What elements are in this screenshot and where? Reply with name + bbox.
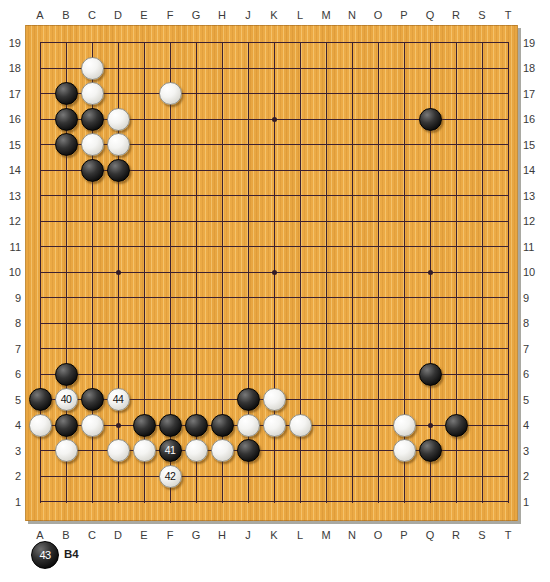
stone-black-Q6[interactable] bbox=[419, 363, 442, 386]
grid-line-horizontal bbox=[40, 68, 509, 69]
stone-black-B6[interactable] bbox=[55, 363, 78, 386]
stone-black-J5[interactable] bbox=[237, 388, 260, 411]
stone-black-C16[interactable] bbox=[81, 108, 104, 131]
stone-black-F4[interactable] bbox=[159, 414, 182, 437]
coord-label-right-11: 11 bbox=[523, 240, 543, 254]
stone-white-A4[interactable] bbox=[29, 414, 52, 437]
go-diagram: 40444142 AABBCCDDEEFFGGHHJJKKLLMMNNOOPPQ… bbox=[0, 0, 550, 582]
coord-label-top-K: K bbox=[264, 8, 284, 22]
stone-white-B3[interactable] bbox=[55, 439, 78, 462]
coord-label-right-19: 19 bbox=[523, 36, 543, 50]
coord-label-left-14: 14 bbox=[1, 163, 21, 177]
stone-white-F17[interactable] bbox=[159, 82, 182, 105]
star-point bbox=[428, 423, 433, 428]
coord-label-right-3: 3 bbox=[523, 444, 543, 458]
coord-label-right-10: 10 bbox=[523, 265, 543, 279]
move-number-label: 42 bbox=[165, 471, 176, 482]
caption-move-location: B4 bbox=[64, 547, 79, 561]
coord-label-top-B: B bbox=[56, 8, 76, 22]
grid-line-horizontal bbox=[40, 501, 509, 502]
go-board[interactable]: 40444142 bbox=[25, 25, 518, 521]
grid-line-horizontal bbox=[40, 297, 509, 298]
move-number-label: 44 bbox=[113, 394, 124, 405]
grid-line-vertical bbox=[508, 43, 509, 503]
coord-label-top-R: R bbox=[446, 8, 466, 22]
coord-label-top-J: J bbox=[238, 8, 258, 22]
coord-label-top-P: P bbox=[394, 8, 414, 22]
stone-black-C14[interactable] bbox=[81, 159, 104, 182]
grid-line-horizontal bbox=[40, 476, 509, 477]
stone-black-H4[interactable] bbox=[211, 414, 234, 437]
coord-label-bottom-D: D bbox=[108, 528, 128, 542]
stone-black-E4[interactable] bbox=[133, 414, 156, 437]
coord-label-right-9: 9 bbox=[523, 291, 543, 305]
coord-label-left-16: 16 bbox=[1, 112, 21, 126]
coord-label-right-6: 6 bbox=[523, 367, 543, 381]
stone-black-B17[interactable] bbox=[55, 82, 78, 105]
coord-label-top-A: A bbox=[30, 8, 50, 22]
grid-line-vertical bbox=[378, 43, 379, 503]
coord-label-bottom-R: R bbox=[446, 528, 466, 542]
coord-label-bottom-C: C bbox=[82, 528, 102, 542]
coord-label-bottom-K: K bbox=[264, 528, 284, 542]
grid-line-horizontal bbox=[40, 93, 509, 94]
stone-white-D5[interactable]: 44 bbox=[107, 388, 130, 411]
caption-move-number: 43 bbox=[39, 550, 50, 561]
coord-label-left-15: 15 bbox=[1, 138, 21, 152]
coord-label-top-T: T bbox=[498, 8, 518, 22]
stone-black-B4[interactable] bbox=[55, 414, 78, 437]
stone-white-D3[interactable] bbox=[107, 439, 130, 462]
grid-line-horizontal bbox=[40, 323, 509, 324]
coord-label-right-5: 5 bbox=[523, 393, 543, 407]
coord-label-bottom-J: J bbox=[238, 528, 258, 542]
coord-label-bottom-E: E bbox=[134, 528, 154, 542]
stone-black-B15[interactable] bbox=[55, 133, 78, 156]
coord-label-top-L: L bbox=[290, 8, 310, 22]
coord-label-bottom-O: O bbox=[368, 528, 388, 542]
coord-label-bottom-F: F bbox=[160, 528, 180, 542]
grid-line-horizontal bbox=[40, 42, 509, 43]
coord-label-bottom-H: H bbox=[212, 528, 232, 542]
coord-label-right-2: 2 bbox=[523, 469, 543, 483]
coord-label-top-M: M bbox=[316, 8, 336, 22]
coord-label-left-1: 1 bbox=[1, 495, 21, 509]
stone-black-A5[interactable] bbox=[29, 388, 52, 411]
coord-label-top-O: O bbox=[368, 8, 388, 22]
coord-label-bottom-A: A bbox=[30, 528, 50, 542]
star-point bbox=[272, 270, 277, 275]
coord-label-left-13: 13 bbox=[1, 189, 21, 203]
stone-black-Q16[interactable] bbox=[419, 108, 442, 131]
coord-label-right-4: 4 bbox=[523, 418, 543, 432]
coord-label-bottom-L: L bbox=[290, 528, 310, 542]
stone-black-B16[interactable] bbox=[55, 108, 78, 131]
coord-label-left-10: 10 bbox=[1, 265, 21, 279]
coord-label-left-8: 8 bbox=[1, 316, 21, 330]
star-point bbox=[272, 117, 277, 122]
stone-black-Q3[interactable] bbox=[419, 439, 442, 462]
coord-label-top-E: E bbox=[134, 8, 154, 22]
grid-line-vertical bbox=[482, 43, 483, 503]
move-number-label: 41 bbox=[165, 445, 176, 456]
coord-label-bottom-B: B bbox=[56, 528, 76, 542]
stone-white-C18[interactable] bbox=[81, 57, 104, 80]
stone-white-P4[interactable] bbox=[393, 414, 416, 437]
coord-label-left-2: 2 bbox=[1, 469, 21, 483]
coord-label-right-17: 17 bbox=[523, 87, 543, 101]
coord-label-left-19: 19 bbox=[1, 36, 21, 50]
coord-label-bottom-S: S bbox=[472, 528, 492, 542]
grid-line-horizontal bbox=[40, 195, 509, 196]
stone-white-H3[interactable] bbox=[211, 439, 234, 462]
grid-line-vertical bbox=[326, 43, 327, 503]
stone-white-C4[interactable] bbox=[81, 414, 104, 437]
star-point bbox=[116, 423, 121, 428]
coord-label-right-13: 13 bbox=[523, 189, 543, 203]
coord-label-right-14: 14 bbox=[523, 163, 543, 177]
stone-white-J4[interactable] bbox=[237, 414, 260, 437]
coord-label-top-Q: Q bbox=[420, 8, 440, 22]
coord-label-right-8: 8 bbox=[523, 316, 543, 330]
coord-label-left-11: 11 bbox=[1, 240, 21, 254]
stone-black-D14[interactable] bbox=[107, 159, 130, 182]
stone-black-C5[interactable] bbox=[81, 388, 104, 411]
stone-white-K5[interactable] bbox=[263, 388, 286, 411]
coord-label-right-18: 18 bbox=[523, 61, 543, 75]
star-point bbox=[428, 270, 433, 275]
stone-white-E3[interactable] bbox=[133, 439, 156, 462]
stone-black-R4[interactable] bbox=[445, 414, 468, 437]
coord-label-top-F: F bbox=[160, 8, 180, 22]
coord-label-left-7: 7 bbox=[1, 342, 21, 356]
coord-label-bottom-T: T bbox=[498, 528, 518, 542]
coord-label-left-3: 3 bbox=[1, 444, 21, 458]
coord-label-right-15: 15 bbox=[523, 138, 543, 152]
caption-stone-black: 43 bbox=[31, 541, 59, 569]
coord-label-right-16: 16 bbox=[523, 112, 543, 126]
coord-label-bottom-Q: Q bbox=[420, 528, 440, 542]
coord-label-left-5: 5 bbox=[1, 393, 21, 407]
coord-label-bottom-G: G bbox=[186, 528, 206, 542]
stone-black-J3[interactable] bbox=[237, 439, 260, 462]
coord-label-top-S: S bbox=[472, 8, 492, 22]
coord-label-right-1: 1 bbox=[523, 495, 543, 509]
coord-label-top-H: H bbox=[212, 8, 232, 22]
coord-label-left-18: 18 bbox=[1, 61, 21, 75]
stone-white-L4[interactable] bbox=[289, 414, 312, 437]
coord-label-top-G: G bbox=[186, 8, 206, 22]
coord-label-left-6: 6 bbox=[1, 367, 21, 381]
coord-label-top-D: D bbox=[108, 8, 128, 22]
stone-white-F2[interactable]: 42 bbox=[159, 465, 182, 488]
grid-line-horizontal bbox=[40, 246, 509, 247]
stone-white-K4[interactable] bbox=[263, 414, 286, 437]
coord-label-right-12: 12 bbox=[523, 214, 543, 228]
stone-white-D15[interactable] bbox=[107, 133, 130, 156]
stone-white-B5[interactable]: 40 bbox=[55, 388, 78, 411]
move-number-label: 40 bbox=[61, 394, 72, 405]
coord-label-right-7: 7 bbox=[523, 342, 543, 356]
grid-line-horizontal bbox=[40, 221, 509, 222]
coord-label-bottom-P: P bbox=[394, 528, 414, 542]
stone-white-D16[interactable] bbox=[107, 108, 130, 131]
coord-label-left-12: 12 bbox=[1, 214, 21, 228]
grid-line-vertical bbox=[352, 43, 353, 503]
stone-white-C17[interactable] bbox=[81, 82, 104, 105]
stone-white-G3[interactable] bbox=[185, 439, 208, 462]
stone-white-C15[interactable] bbox=[81, 133, 104, 156]
coord-label-left-4: 4 bbox=[1, 418, 21, 432]
grid-line-horizontal bbox=[40, 348, 509, 349]
coord-label-top-C: C bbox=[82, 8, 102, 22]
stone-black-F3[interactable]: 41 bbox=[159, 439, 182, 462]
coord-label-left-17: 17 bbox=[1, 87, 21, 101]
coord-label-bottom-M: M bbox=[316, 528, 336, 542]
star-point bbox=[116, 270, 121, 275]
stone-black-G4[interactable] bbox=[185, 414, 208, 437]
coord-label-left-9: 9 bbox=[1, 291, 21, 305]
coord-label-bottom-N: N bbox=[342, 528, 362, 542]
stone-white-P3[interactable] bbox=[393, 439, 416, 462]
coord-label-top-N: N bbox=[342, 8, 362, 22]
